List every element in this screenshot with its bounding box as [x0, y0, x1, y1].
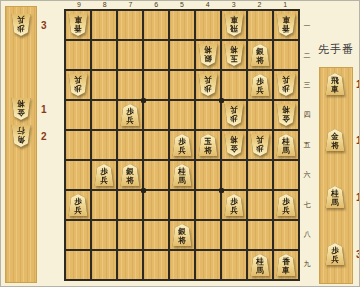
- board-square[interactable]: [144, 101, 168, 129]
- piece-kanji: 金将: [325, 129, 345, 151]
- star-point-icon: [219, 98, 224, 103]
- piece-kanji: 桂馬: [172, 164, 192, 186]
- board-square[interactable]: 金将: [274, 101, 298, 129]
- board-square[interactable]: 歩兵: [248, 131, 272, 159]
- gote-piece[interactable]: 角行: [11, 125, 31, 147]
- board-square[interactable]: [274, 161, 298, 189]
- shogi-board[interactable]: 香車飛車香車銀将玉将銀将歩兵歩兵歩兵歩兵歩兵歩兵金将歩兵玉将金将歩兵桂馬歩兵銀将…: [64, 9, 300, 281]
- gote-piece[interactable]: 飛車: [224, 14, 244, 36]
- board-square[interactable]: 歩兵: [274, 191, 298, 219]
- board-square[interactable]: [92, 221, 116, 249]
- board-square[interactable]: [144, 131, 168, 159]
- piece-kanji: 歩兵: [198, 74, 218, 96]
- board-square[interactable]: [144, 251, 168, 279]
- gote-piece[interactable]: 歩兵: [224, 104, 244, 126]
- captured-count: 1: [356, 135, 360, 147]
- gote-piece[interactable]: 歩兵: [276, 74, 296, 96]
- rank-label: 九: [300, 249, 314, 279]
- sente-piece[interactable]: 歩兵: [172, 134, 192, 156]
- board-square[interactable]: [196, 11, 220, 39]
- rank-label: 七: [300, 190, 314, 220]
- piece-kanji: 銀将: [120, 164, 140, 186]
- piece-kanji: 香車: [68, 14, 88, 36]
- file-label: 8: [92, 1, 118, 9]
- gote-piece[interactable]: 歩兵: [198, 74, 218, 96]
- board-square[interactable]: 歩兵: [196, 71, 220, 99]
- board-square[interactable]: [222, 161, 246, 189]
- board-square[interactable]: [222, 221, 246, 249]
- piece-kanji: 銀将: [172, 224, 192, 246]
- board-square[interactable]: 銀将: [196, 41, 220, 69]
- sente-piece[interactable]: 銀将: [172, 224, 192, 246]
- gote-captured-stand: 歩兵3金将1角行2: [5, 6, 55, 283]
- board-square[interactable]: [196, 191, 220, 219]
- piece-kanji: 歩兵: [224, 104, 244, 126]
- piece-kanji: 歩兵: [276, 194, 296, 216]
- board-square[interactable]: [92, 101, 116, 129]
- file-label: 5: [169, 1, 195, 9]
- board-square[interactable]: [118, 251, 142, 279]
- board-square[interactable]: [248, 191, 272, 219]
- piece-kanji: 歩兵: [172, 134, 192, 156]
- captured-count: 3: [41, 20, 47, 32]
- gote-piece[interactable]: 香車: [68, 14, 88, 36]
- sente-piece[interactable]: 銀将: [120, 164, 140, 186]
- shogi-app: 歩兵3金将1角行2 987654321 香車飛車香車銀将玉将銀将歩兵歩兵歩兵歩兵…: [0, 0, 360, 287]
- board-square[interactable]: [170, 71, 194, 99]
- file-labels: 987654321: [66, 1, 298, 9]
- rank-label: 二: [300, 41, 314, 71]
- board-square[interactable]: 歩兵: [118, 101, 142, 129]
- board-square[interactable]: [92, 71, 116, 99]
- board-square[interactable]: 銀将: [248, 41, 272, 69]
- board-square[interactable]: 香車: [274, 251, 298, 279]
- board-square[interactable]: [66, 131, 90, 159]
- gote-piece[interactable]: 玉将: [224, 44, 244, 66]
- piece-kanji: 玉将: [198, 134, 218, 156]
- piece-kanji: 飛車: [224, 14, 244, 36]
- piece-kanji: 玉将: [224, 44, 244, 66]
- board-square[interactable]: 歩兵: [222, 191, 246, 219]
- board-square[interactable]: 歩兵: [92, 161, 116, 189]
- rank-label: 一: [300, 11, 314, 41]
- file-label: 9: [66, 1, 92, 9]
- board-square[interactable]: [170, 191, 194, 219]
- sente-piece[interactable]: 歩兵: [276, 194, 296, 216]
- board-square[interactable]: [248, 101, 272, 129]
- board-square[interactable]: [248, 11, 272, 39]
- piece-kanji: 金将: [276, 104, 296, 126]
- board-square[interactable]: [196, 161, 220, 189]
- gote-piece[interactable]: 銀将: [198, 44, 218, 66]
- board-square[interactable]: 玉将: [196, 131, 220, 159]
- board-square[interactable]: 銀将: [170, 221, 194, 249]
- piece-kanji: 歩兵: [11, 14, 31, 36]
- board-square[interactable]: [118, 71, 142, 99]
- board-square[interactable]: [92, 251, 116, 279]
- sente-piece[interactable]: 歩兵: [120, 104, 140, 126]
- board-square[interactable]: [144, 11, 168, 39]
- board-square[interactable]: [248, 221, 272, 249]
- board-square[interactable]: 歩兵: [248, 71, 272, 99]
- board-square[interactable]: [118, 191, 142, 219]
- board-square[interactable]: 香車: [274, 11, 298, 39]
- sente-piece[interactable]: 歩兵: [250, 74, 270, 96]
- board-square[interactable]: [196, 251, 220, 279]
- rank-label: 六: [300, 160, 314, 190]
- gote-hand-slot[interactable]: 金将1: [5, 98, 55, 124]
- captured-count: 2: [41, 131, 47, 143]
- piece-kanji: 歩兵: [250, 134, 270, 156]
- gote-hand-slot[interactable]: 角行2: [5, 125, 55, 151]
- board-square[interactable]: [92, 191, 116, 219]
- piece-kanji: 桂馬: [250, 254, 270, 276]
- board-square[interactable]: 桂馬: [170, 161, 194, 189]
- board-square[interactable]: [144, 221, 168, 249]
- board-square[interactable]: [170, 101, 194, 129]
- board-square[interactable]: [118, 11, 142, 39]
- board-square[interactable]: [170, 41, 194, 69]
- star-point-icon: [141, 188, 146, 193]
- sente-piece[interactable]: 金将: [325, 129, 345, 151]
- board-square[interactable]: 歩兵: [222, 101, 246, 129]
- board-square[interactable]: 桂馬: [248, 251, 272, 279]
- sente-hand-slot[interactable]: 金将1: [319, 129, 360, 155]
- piece-kanji: 香車: [276, 254, 296, 276]
- board-square[interactable]: [170, 251, 194, 279]
- gote-piece[interactable]: 歩兵: [68, 74, 88, 96]
- board-square[interactable]: [144, 191, 168, 219]
- piece-kanji: 歩兵: [224, 194, 244, 216]
- board-square[interactable]: [118, 221, 142, 249]
- piece-kanji: 歩兵: [94, 164, 114, 186]
- captured-count: 1: [356, 192, 360, 204]
- gote-piece[interactable]: 歩兵: [11, 14, 31, 36]
- piece-kanji: 桂馬: [325, 186, 345, 208]
- board-square[interactable]: [144, 41, 168, 69]
- board-square[interactable]: [222, 251, 246, 279]
- board-square[interactable]: [66, 41, 90, 69]
- board-square[interactable]: 歩兵: [66, 191, 90, 219]
- piece-kanji: 歩兵: [325, 243, 345, 265]
- board-square[interactable]: 歩兵: [274, 71, 298, 99]
- board-square[interactable]: [222, 71, 246, 99]
- board-square[interactable]: 桂馬: [274, 131, 298, 159]
- rank-label: 三: [300, 71, 314, 101]
- rank-label: 五: [300, 130, 314, 160]
- board-square[interactable]: [144, 161, 168, 189]
- star-point-icon: [141, 98, 146, 103]
- sente-piece[interactable]: 桂馬: [172, 164, 192, 186]
- gote-piece[interactable]: 香車: [276, 14, 296, 36]
- sente-hand-slot[interactable]: 飛車1: [319, 73, 360, 99]
- rank-label: 八: [300, 219, 314, 249]
- piece-kanji: 香車: [276, 14, 296, 36]
- file-label: 7: [118, 1, 144, 9]
- board-square[interactable]: [66, 101, 90, 129]
- board-square[interactable]: [118, 41, 142, 69]
- board-square[interactable]: 金将: [222, 131, 246, 159]
- board-square[interactable]: [92, 41, 116, 69]
- piece-kanji: 銀将: [250, 44, 270, 66]
- file-label: 6: [143, 1, 169, 9]
- piece-kanji: 金将: [224, 134, 244, 156]
- piece-kanji: 桂馬: [276, 134, 296, 156]
- board-square[interactable]: 香車: [66, 11, 90, 39]
- board-square[interactable]: [92, 11, 116, 39]
- sente-piece[interactable]: 歩兵: [224, 194, 244, 216]
- gote-hand-slot[interactable]: 歩兵3: [5, 14, 55, 40]
- piece-kanji: 歩兵: [68, 194, 88, 216]
- sente-piece[interactable]: 歩兵: [68, 194, 88, 216]
- piece-kanji: 銀将: [198, 44, 218, 66]
- sente-hand-slot[interactable]: 歩兵3: [319, 243, 360, 269]
- sente-piece[interactable]: 桂馬: [250, 254, 270, 276]
- board-square[interactable]: [92, 131, 116, 159]
- file-label: 2: [246, 1, 272, 9]
- captured-count: 3: [356, 249, 360, 261]
- file-label: 4: [195, 1, 221, 9]
- board-square[interactable]: [118, 131, 142, 159]
- piece-kanji: 歩兵: [68, 74, 88, 96]
- sente-piece[interactable]: 桂馬: [325, 186, 345, 208]
- turn-indicator: 先手番: [318, 42, 360, 57]
- piece-kanji: 角行: [11, 125, 31, 147]
- board-square[interactable]: 玉将: [222, 41, 246, 69]
- board-square[interactable]: 歩兵: [66, 71, 90, 99]
- board-square[interactable]: [144, 71, 168, 99]
- gote-piece[interactable]: 金将: [11, 98, 31, 120]
- board-square[interactable]: [66, 161, 90, 189]
- sente-piece[interactable]: 歩兵: [94, 164, 114, 186]
- star-point-icon: [219, 188, 224, 193]
- file-label: 3: [221, 1, 247, 9]
- board-square[interactable]: [170, 11, 194, 39]
- sente-hand-slot[interactable]: 桂馬1: [319, 186, 360, 212]
- captured-count: 1: [41, 104, 47, 116]
- sente-piece[interactable]: 歩兵: [325, 243, 345, 265]
- sente-piece[interactable]: 香車: [276, 254, 296, 276]
- sente-piece[interactable]: 飛車: [325, 73, 345, 95]
- captured-count: 1: [356, 79, 360, 91]
- sente-piece[interactable]: 桂馬: [276, 134, 296, 156]
- gote-piece[interactable]: 歩兵: [250, 134, 270, 156]
- rank-labels: 一二三四五六七八九: [300, 11, 314, 279]
- board-square[interactable]: 銀将: [118, 161, 142, 189]
- board-square[interactable]: [196, 221, 220, 249]
- board-square[interactable]: [274, 221, 298, 249]
- piece-kanji: 金将: [11, 98, 31, 120]
- sente-captured-stand: 飛車1金将1桂馬1歩兵3: [319, 67, 360, 284]
- piece-kanji: 飛車: [325, 73, 345, 95]
- gote-piece[interactable]: 金将: [276, 104, 296, 126]
- piece-kanji: 歩兵: [120, 104, 140, 126]
- board-square[interactable]: [66, 251, 90, 279]
- piece-kanji: 歩兵: [276, 74, 296, 96]
- piece-kanji: 歩兵: [250, 74, 270, 96]
- board-square[interactable]: 飛車: [222, 11, 246, 39]
- board-square[interactable]: [196, 101, 220, 129]
- gote-piece[interactable]: 金将: [224, 134, 244, 156]
- board-square[interactable]: [248, 161, 272, 189]
- board-square[interactable]: 歩兵: [170, 131, 194, 159]
- sente-piece[interactable]: 銀将: [250, 44, 270, 66]
- board-square[interactable]: [66, 221, 90, 249]
- sente-piece[interactable]: 玉将: [198, 134, 218, 156]
- file-label: 1: [272, 1, 298, 9]
- board-square[interactable]: [274, 41, 298, 69]
- rank-label: 四: [300, 100, 314, 130]
